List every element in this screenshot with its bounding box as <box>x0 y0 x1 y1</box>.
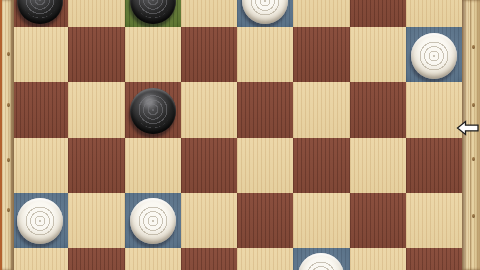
square-r5c4[interactable] <box>181 193 237 248</box>
square-r6c2[interactable] <box>68 248 124 270</box>
square-r5c1[interactable] <box>12 193 68 248</box>
square-r2c2[interactable] <box>68 27 124 82</box>
square-r6c3[interactable] <box>125 248 181 270</box>
board-frame-left <box>0 0 14 270</box>
nail-icon <box>7 208 10 212</box>
square-r5c8[interactable] <box>406 193 462 248</box>
square-r2c3[interactable] <box>125 27 181 82</box>
game-viewport <box>0 0 480 270</box>
nail-icon <box>472 214 475 218</box>
square-r2c4[interactable] <box>181 27 237 82</box>
nail-icon <box>472 157 475 161</box>
square-r2c8[interactable] <box>406 27 462 82</box>
white-piece[interactable] <box>242 0 288 24</box>
square-r1c6[interactable] <box>293 0 349 27</box>
square-r5c5[interactable] <box>237 193 293 248</box>
square-r3c8[interactable] <box>406 82 462 137</box>
square-r6c5[interactable] <box>237 248 293 270</box>
square-r4c7[interactable] <box>350 138 406 193</box>
square-r5c7[interactable] <box>350 193 406 248</box>
square-r3c3[interactable] <box>125 82 181 137</box>
square-r6c8[interactable] <box>406 248 462 270</box>
white-piece[interactable] <box>298 253 344 270</box>
nail-icon <box>7 103 10 107</box>
white-piece[interactable] <box>17 198 63 244</box>
white-piece[interactable] <box>411 33 457 79</box>
square-r2c6[interactable] <box>293 27 349 82</box>
square-r6c1[interactable] <box>12 248 68 270</box>
square-r3c5[interactable] <box>237 82 293 137</box>
square-r6c6[interactable] <box>293 248 349 270</box>
square-r3c4[interactable] <box>181 82 237 137</box>
square-r2c7[interactable] <box>350 27 406 82</box>
black-piece[interactable] <box>130 0 176 24</box>
square-r6c4[interactable] <box>181 248 237 270</box>
nail-icon <box>472 103 475 107</box>
square-r5c2[interactable] <box>68 193 124 248</box>
square-r2c5[interactable] <box>237 27 293 82</box>
square-r3c2[interactable] <box>68 82 124 137</box>
square-r4c3[interactable] <box>125 138 181 193</box>
black-piece[interactable] <box>17 0 63 24</box>
square-r4c4[interactable] <box>181 138 237 193</box>
square-r1c1[interactable] <box>12 0 68 27</box>
black-piece[interactable] <box>130 88 176 134</box>
square-r1c7[interactable] <box>350 0 406 27</box>
square-r4c6[interactable] <box>293 138 349 193</box>
nail-icon <box>7 158 10 162</box>
checkers-board <box>12 0 462 270</box>
square-r1c5[interactable] <box>237 0 293 27</box>
square-r1c2[interactable] <box>68 0 124 27</box>
white-piece[interactable] <box>130 198 176 244</box>
nail-icon <box>472 45 475 49</box>
nail-icon <box>7 52 10 56</box>
square-r4c2[interactable] <box>68 138 124 193</box>
square-r2c1[interactable] <box>12 27 68 82</box>
square-r1c4[interactable] <box>181 0 237 27</box>
square-r3c7[interactable] <box>350 82 406 137</box>
square-r5c6[interactable] <box>293 193 349 248</box>
square-r5c3[interactable] <box>125 193 181 248</box>
square-r3c1[interactable] <box>12 82 68 137</box>
square-r4c8[interactable] <box>406 138 462 193</box>
square-r4c5[interactable] <box>237 138 293 193</box>
cursor-left-arrow-icon <box>456 120 479 136</box>
square-r3c6[interactable] <box>293 82 349 137</box>
square-r1c3[interactable] <box>125 0 181 27</box>
square-r4c1[interactable] <box>12 138 68 193</box>
square-r6c7[interactable] <box>350 248 406 270</box>
square-r1c8[interactable] <box>406 0 462 27</box>
